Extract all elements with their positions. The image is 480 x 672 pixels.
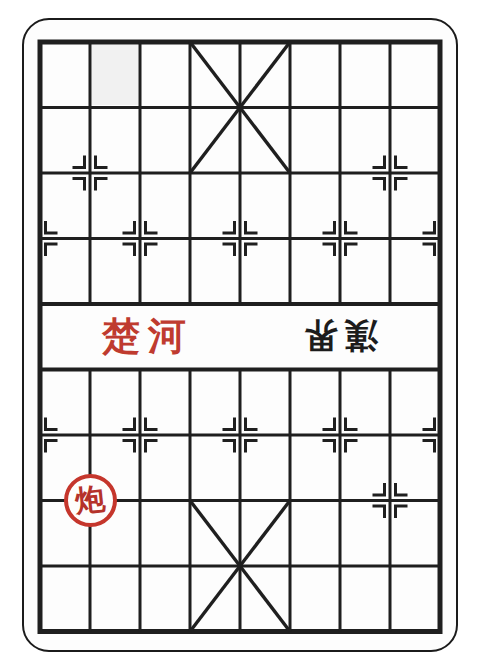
intersection-c2-r8: [165, 533, 215, 599]
intersection-c3-r2: [165, 140, 215, 206]
intersection-c1-r7: [115, 468, 165, 534]
intersection-c8-r9: [15, 664, 65, 672]
intersection-c1-r1: [65, 75, 115, 141]
intersection-c4-r7: [265, 468, 315, 534]
intersection-c1-r4: [65, 271, 115, 337]
intersection-c8-r7: [15, 533, 65, 599]
intersection-c1-r6: [65, 402, 115, 468]
intersection-c8-r3: [415, 206, 465, 272]
intersection-c2-r4: [115, 271, 165, 337]
intersection-c2-r6: [115, 402, 165, 468]
intersection-c7-r9: [415, 599, 465, 665]
intersection-c6-r6: [315, 402, 365, 468]
intersection-c5-r5: [265, 337, 315, 403]
intersection-c7-r0: [365, 9, 415, 75]
intersection-c3-r3: [165, 206, 215, 272]
intersection-c2-r5: [115, 337, 165, 403]
intersection-c6-r0: [315, 9, 365, 75]
intersection-c0-r2: [15, 140, 65, 206]
intersection-c1-r0: [65, 9, 115, 75]
intersection-c0-r1: [15, 75, 65, 141]
intersection-c0-r3: [15, 206, 65, 272]
intersection-c3-r9: [215, 599, 265, 665]
intersection-c1-r5: [65, 337, 115, 403]
intersection-c4-r3: [215, 206, 265, 272]
intersection-c5-r3: [265, 206, 315, 272]
piece-character: 炮: [74, 484, 107, 517]
intersection-c1-r3: [65, 206, 115, 272]
intersection-c0-r5: [15, 337, 65, 403]
intersection-c7-r4: [365, 271, 415, 337]
intersection-c4-r5: [215, 337, 265, 403]
intersection-c2-r0: [115, 9, 165, 75]
intersection-c2-r9: [165, 599, 215, 665]
intersection-c2-r7: [165, 468, 215, 534]
intersection-c6-r1: [315, 75, 365, 141]
intersection-c4-r6: [215, 402, 265, 468]
intersection-c5-r2: [265, 140, 315, 206]
intersection-c1-r2: [65, 140, 115, 206]
intersection-c3-r0: [165, 9, 215, 75]
intersection-c7-r7: [415, 468, 465, 534]
intersection-c1-r8: [115, 533, 165, 599]
intersection-c6-r2: [315, 140, 365, 206]
intersection-c8-r2: [415, 140, 465, 206]
intersection-c8-r6: [415, 402, 465, 468]
intersection-c0-r6: [15, 402, 65, 468]
intersection-c4-r9: [265, 599, 315, 665]
intersection-c6-r4: [315, 271, 365, 337]
intersection-grid: 炮: [15, 9, 465, 672]
intersection-c5-r6: [265, 402, 315, 468]
intersection-c0-r0: [15, 9, 65, 75]
intersection-c7-r3: [365, 206, 415, 272]
intersection-c3-r4: [165, 271, 215, 337]
intersection-c3-r6: [165, 402, 215, 468]
intersection-c4-r0: [215, 9, 265, 75]
intersection-c3-r1: [165, 75, 215, 141]
intersection-c4-r8: [265, 533, 315, 599]
intersection-c4-r2: [215, 140, 265, 206]
intersection-c4-r1: [215, 75, 265, 141]
intersection-c6-r3: [315, 206, 365, 272]
intersection-c2-r1: [115, 75, 165, 141]
intersection-c2-r2: [115, 140, 165, 206]
intersection-c6-r9: [365, 599, 415, 665]
intersection-c7-r1: [365, 75, 415, 141]
intersection-c6-r5: [315, 337, 365, 403]
intersection-c7-r8: [415, 533, 465, 599]
intersection-c7-r2: [365, 140, 415, 206]
intersection-c5-r4: [265, 271, 315, 337]
xiangqi-diagram: 楚河 漢界 炮: [0, 0, 480, 672]
intersection-c1-r9: [115, 599, 165, 665]
intersection-c8-r0: [415, 9, 465, 75]
intersection-c5-r0: [265, 9, 315, 75]
intersection-c8-r4: [415, 271, 465, 337]
intersection-c0-r7: [15, 468, 65, 534]
intersection-c3-r5: [165, 337, 215, 403]
intersection-c8-r1: [415, 75, 465, 141]
intersection-c5-r9: [315, 599, 365, 665]
intersection-c7-r5: [365, 337, 415, 403]
intersection-c3-r7: [215, 468, 265, 534]
intersection-c5-r7: [315, 468, 365, 534]
intersection-c5-r8: [315, 533, 365, 599]
intersection-c6-r8: [365, 533, 415, 599]
red-cannon-piece[interactable]: 炮: [64, 474, 117, 527]
intersection-c0-r8: [65, 533, 115, 599]
intersection-c3-r8: [215, 533, 265, 599]
intersection-c0-r9: [65, 599, 115, 665]
intersection-c7-r6: [365, 402, 415, 468]
intersection-c2-r3: [115, 206, 165, 272]
intersection-c8-r8: [15, 599, 65, 665]
intersection-c8-r5: [415, 337, 465, 403]
intersection-c6-r7: [365, 468, 415, 534]
intersection-c0-r4: [15, 271, 65, 337]
intersection-c4-r4: [215, 271, 265, 337]
intersection-c5-r1: [265, 75, 315, 141]
